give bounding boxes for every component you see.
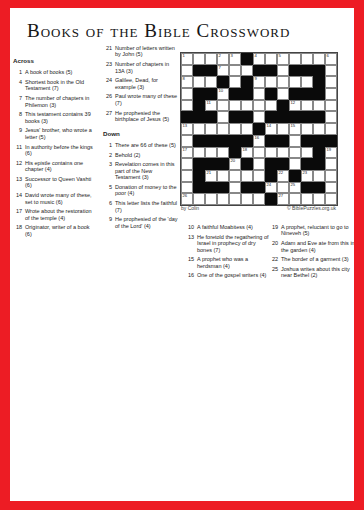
clue-num: 4 <box>13 79 22 92</box>
clue-number: 19 <box>327 148 332 153</box>
grid-cell-black <box>289 170 301 182</box>
clue-number: 3 <box>231 54 233 59</box>
clue-text: A prophet, reluctant to go to Nineveh (5… <box>281 224 361 237</box>
grid-cell[interactable]: 24 <box>265 182 277 194</box>
grid-cell[interactable] <box>229 65 241 77</box>
grid-cell-black <box>301 135 313 147</box>
clue-across-11: 11In authority before the kings (6) <box>13 144 95 157</box>
grid-cell[interactable]: 17 <box>181 147 193 159</box>
clue-num: 13 <box>185 234 194 253</box>
grid-cell[interactable]: 2 <box>217 53 229 65</box>
clue-text: Galilee, Dead, for example (3) <box>115 77 179 90</box>
crossword-grid[interactable]: 1234567891011121314151617181920212223242… <box>180 52 338 206</box>
clue-number: 16 <box>255 136 260 141</box>
grid-cell[interactable]: 7 <box>217 65 229 77</box>
clue-text: The border of a garment (3) <box>281 256 361 262</box>
grid-cell[interactable]: 18 <box>241 147 253 159</box>
grid-cell-black <box>301 88 313 100</box>
grid-cell[interactable] <box>253 100 265 112</box>
clue-text: Adam and Eve ate from this in the garden… <box>281 240 361 253</box>
grid-cell[interactable] <box>301 193 313 205</box>
grid-cell-black <box>241 76 253 88</box>
grid-cell[interactable]: 6 <box>325 53 337 65</box>
grid-cell[interactable] <box>265 53 277 65</box>
clue-num: 12 <box>13 160 22 173</box>
grid-cell[interactable] <box>181 170 193 182</box>
down-clues-list-2: 10A faithful Moabitess (4)13He foretold … <box>185 224 271 279</box>
grid-cell-black <box>325 135 337 147</box>
grid-cell[interactable]: 1 <box>181 53 193 65</box>
grid-cell[interactable] <box>229 193 241 205</box>
clue-across-27: 27He prophesied the birthplace of Jesus … <box>103 110 179 123</box>
grid-cell-black <box>241 182 253 194</box>
grid-cell[interactable]: 19 <box>325 147 337 159</box>
grid-cell[interactable] <box>277 88 289 100</box>
clue-num: 18 <box>13 224 22 237</box>
down-clues-list-3: 19A prophet, reluctant to go to Nineveh … <box>269 224 361 279</box>
clue-number: 13 <box>183 124 188 129</box>
clue-down-22: 22The border of a garment (3) <box>269 256 361 262</box>
grid-cell-black <box>313 88 325 100</box>
grid-cell-black <box>193 100 205 112</box>
grid-cell[interactable]: 25 <box>289 182 301 194</box>
byline: by Colin <box>181 205 199 211</box>
grid-cell[interactable] <box>217 100 229 112</box>
grid-cell-black <box>289 88 301 100</box>
grid-cell[interactable] <box>253 158 265 170</box>
clue-number: 27 <box>279 194 284 199</box>
grid-cell[interactable] <box>301 147 313 159</box>
grid-cell[interactable]: 14 <box>265 123 277 135</box>
grid-cell[interactable] <box>253 170 265 182</box>
grid-cell-black <box>277 100 289 112</box>
clue-across-12: 12His epistle contains one chapter (4) <box>13 160 95 173</box>
grid-cell[interactable] <box>325 100 337 112</box>
grid-cell[interactable] <box>193 123 205 135</box>
clue-num: 21 <box>103 45 112 58</box>
grid-cell[interactable] <box>229 100 241 112</box>
grid-cell-black <box>277 111 289 123</box>
clue-across-17: 17Wrote about the restoration of the tem… <box>13 208 95 221</box>
clue-down-1: 1There are 66 of these (5) <box>103 142 179 148</box>
grid-cell[interactable] <box>325 170 337 182</box>
clue-num: 23 <box>103 61 112 74</box>
grid-cell[interactable] <box>181 100 193 112</box>
clue-text: A book of books (5) <box>25 69 95 75</box>
grid-cell-black <box>205 111 217 123</box>
grid-cell[interactable] <box>313 53 325 65</box>
copyright: © BiblePuzzles.org.uk <box>230 205 336 211</box>
clue-down-9: 9He prophesied of the 'day of the Lord' … <box>103 216 179 229</box>
clue-down-20: 20Adam and Eve ate from this in the gard… <box>269 240 361 253</box>
grid-cell-black <box>313 158 325 170</box>
grid-cell[interactable] <box>181 182 193 194</box>
clue-num: 25 <box>269 266 278 279</box>
grid-cell[interactable] <box>205 53 217 65</box>
grid-cell[interactable] <box>205 193 217 205</box>
grid-cell-black <box>217 182 229 194</box>
grid-cell[interactable] <box>253 111 265 123</box>
clue-text: This letter lists the faithful (7) <box>115 200 179 213</box>
clue-across-4: 4Shortest book in the Old Testament (7) <box>13 79 95 92</box>
grid-cell[interactable]: 9 <box>253 76 265 88</box>
grid-cell-black <box>193 135 205 147</box>
grid-cell[interactable] <box>241 100 253 112</box>
clue-number: 1 <box>183 54 185 59</box>
grid-cell[interactable] <box>277 123 289 135</box>
clue-number: 26 <box>183 194 188 199</box>
grid-cell-black <box>277 135 289 147</box>
grid-cell[interactable] <box>325 158 337 170</box>
grid-cell[interactable]: 27 <box>277 193 289 205</box>
clue-number: 12 <box>291 101 296 106</box>
clue-number: 21 <box>207 171 212 176</box>
grid-cell[interactable] <box>277 65 289 77</box>
clue-number: 2 <box>219 54 221 59</box>
clue-number: 9 <box>255 77 257 82</box>
grid-cell[interactable] <box>181 88 193 100</box>
across-clues-list-2: 21Number of letters written by John (5)2… <box>103 45 179 123</box>
clue-num: 22 <box>269 256 278 262</box>
clue-down-6: 6This letter lists the faithful (7) <box>103 200 179 213</box>
clue-text: Donation of money to the poor (4) <box>115 184 179 197</box>
grid-cell[interactable] <box>325 76 337 88</box>
grid-cell[interactable] <box>253 193 265 205</box>
clue-num: 26 <box>103 93 112 106</box>
clue-num: 15 <box>185 256 194 269</box>
clue-text: There are 66 of these (5) <box>115 142 179 148</box>
grid-cell[interactable]: 5 <box>277 53 289 65</box>
clues-column-1: Across 1A book of books (5)4Shortest boo… <box>13 57 95 241</box>
clue-num: 16 <box>185 272 194 278</box>
clue-text: Jesus' brother, who wrote a letter (5) <box>25 127 95 140</box>
grid-cell-black <box>265 111 277 123</box>
clues-column-2: 21Number of letters written by John (5)2… <box>103 45 179 232</box>
grid-cell[interactable] <box>325 123 337 135</box>
grid-cell[interactable] <box>325 182 337 194</box>
grid-cell-black <box>217 76 229 88</box>
clue-text: Successor to Queen Vashti (6) <box>25 176 95 189</box>
grid-cell[interactable] <box>205 123 217 135</box>
grid-cell[interactable]: 11 <box>205 100 217 112</box>
grid-cell[interactable]: 8 <box>181 76 193 88</box>
clue-text: A faithful Moabitess (4) <box>197 224 271 230</box>
clue-num: 3 <box>103 161 112 180</box>
clue-text: This testament contains 39 books (3) <box>25 111 95 124</box>
grid-cell-black <box>193 88 205 100</box>
grid-cell[interactable] <box>301 123 313 135</box>
clue-down-16: 16One of the gospel writers (4) <box>185 272 271 278</box>
clue-text: Originator, writer of a book (6) <box>25 224 95 237</box>
clue-num: 14 <box>13 192 22 205</box>
clue-number: 25 <box>291 183 296 188</box>
grid-cell[interactable] <box>313 100 325 112</box>
grid-cell[interactable] <box>325 193 337 205</box>
clue-number: 11 <box>207 101 211 106</box>
grid-cell[interactable] <box>289 76 301 88</box>
grid-cell[interactable]: 12 <box>289 100 301 112</box>
clue-num: 10 <box>185 224 194 230</box>
down-clues-list-1: 1There are 66 of these (5)2Behold (2)3Re… <box>103 142 179 229</box>
clue-across-13: 13Successor to Queen Vashti (6) <box>13 176 95 189</box>
grid-cell-black <box>313 135 325 147</box>
clue-text: Paul wrote many of these (7) <box>115 93 179 106</box>
across-clues-list-1: 1A book of books (5)4Shortest book in th… <box>13 69 95 237</box>
grid-cell[interactable] <box>277 147 289 159</box>
clue-text: Behold (2) <box>115 152 179 158</box>
clue-across-18: 18Originator, writer of a book (6) <box>13 224 95 237</box>
grid-cell-black <box>289 65 301 77</box>
clue-num: 27 <box>103 110 112 123</box>
grid-cell-black <box>265 88 277 100</box>
grid-cell[interactable] <box>217 147 229 159</box>
grid-cell-black <box>265 135 277 147</box>
grid-cell[interactable] <box>205 76 217 88</box>
clue-text: Wrote about the restoration of the templ… <box>25 208 95 221</box>
grid-cell[interactable] <box>217 193 229 205</box>
clue-text: His epistle contains one chapter (4) <box>25 160 95 173</box>
grid-cell-black <box>205 65 217 77</box>
grid-cell-black <box>229 88 241 100</box>
grid-cell-black <box>265 193 277 205</box>
grid-cell[interactable] <box>253 147 265 159</box>
grid-cell[interactable] <box>265 100 277 112</box>
clue-num: 11 <box>13 144 22 157</box>
clue-across-8: 8This testament contains 39 books (3) <box>13 111 95 124</box>
clue-across-1: 1A book of books (5) <box>13 69 95 75</box>
clue-across-26: 26Paul wrote many of these (7) <box>103 93 179 106</box>
clue-text: In authority before the kings (6) <box>25 144 95 157</box>
grid-cell[interactable] <box>289 158 301 170</box>
grid-cell[interactable] <box>193 193 205 205</box>
grid-cell-black <box>193 170 205 182</box>
clue-text: Shortest book in the Old Testament (7) <box>25 79 95 92</box>
grid-cell-black <box>193 182 205 194</box>
grid-cell-black <box>253 65 265 77</box>
clue-num: 1 <box>13 69 22 75</box>
clue-across-23: 23Number of chapters in 13A (3) <box>103 61 179 74</box>
grid-cell-black <box>205 158 217 170</box>
grid-cell-black <box>217 135 229 147</box>
grid-cell[interactable] <box>217 170 229 182</box>
clue-num: 19 <box>269 224 278 237</box>
clue-number: 22 <box>279 171 284 176</box>
clue-number: 10 <box>219 89 224 94</box>
grid-cell[interactable] <box>289 53 301 65</box>
clues-column-4: 19A prophet, reluctant to go to Nineveh … <box>269 224 361 282</box>
grid-cell[interactable]: 13 <box>181 123 193 135</box>
grid-cell-black <box>205 182 217 194</box>
grid-cell-black <box>205 88 217 100</box>
clue-number: 14 <box>267 124 272 129</box>
clue-number: 17 <box>183 148 188 153</box>
grid-cell[interactable]: 23 <box>301 170 313 182</box>
clue-text: David wrote many of these, set to music … <box>25 192 95 205</box>
grid-cell-black <box>313 147 325 159</box>
grid-cell[interactable] <box>229 76 241 88</box>
grid-cell-black <box>193 158 205 170</box>
clues-column-3: 10A faithful Moabitess (4)13He foretold … <box>185 224 271 282</box>
clue-text: The number of chapters in Philemon (3) <box>25 95 95 108</box>
grid-cell-black <box>265 65 277 77</box>
clue-text: He prophesied of the 'day of the Lord' (… <box>115 216 179 229</box>
grid-cell-black <box>313 76 325 88</box>
clue-across-24: 24Galilee, Dead, for example (3) <box>103 77 179 90</box>
clue-number: 23 <box>303 171 308 176</box>
grid-cell-black <box>241 53 253 65</box>
grid-cell[interactable] <box>181 158 193 170</box>
grid-cell[interactable] <box>181 65 193 77</box>
clue-text: Revelation comes in this part of the New… <box>115 161 179 180</box>
clue-text: Joshua writes about this city near Bethe… <box>281 266 361 279</box>
clue-text: Number of chapters in 13A (3) <box>115 61 179 74</box>
grid-cell[interactable]: 15 <box>289 123 301 135</box>
grid-cell-black <box>277 158 289 170</box>
down-header: Down <box>103 130 179 137</box>
grid-cell-black <box>241 158 253 170</box>
grid-cell[interactable] <box>241 170 253 182</box>
grid-cell-black <box>241 88 253 100</box>
grid-cell[interactable] <box>289 147 301 159</box>
grid-cell[interactable]: 26 <box>181 193 193 205</box>
grid-cell[interactable] <box>301 76 313 88</box>
grid-cell-black <box>253 182 265 194</box>
grid-cell[interactable] <box>325 88 337 100</box>
grid-cell[interactable] <box>181 135 193 147</box>
clue-number: 4 <box>255 54 257 59</box>
clue-across-7: 7The number of chapters in Philemon (3) <box>13 95 95 108</box>
grid-cell[interactable] <box>289 193 301 205</box>
grid-cell-black <box>301 65 313 77</box>
grid-cell[interactable] <box>217 111 229 123</box>
grid-cell-black <box>241 135 253 147</box>
grid-cell-black <box>217 158 229 170</box>
clue-across-21: 21Number of letters written by John (5) <box>103 45 179 58</box>
clue-num: 2 <box>103 152 112 158</box>
grid-cell-black <box>229 135 241 147</box>
grid-cell[interactable] <box>241 65 253 77</box>
grid-cell[interactable] <box>277 182 289 194</box>
grid-cell-black <box>265 170 277 182</box>
grid-cell-black <box>229 147 241 159</box>
grid-cell-black <box>313 182 325 194</box>
grid-cell-black <box>313 111 325 123</box>
grid-cell[interactable] <box>193 147 205 159</box>
clue-num: 6 <box>103 200 112 213</box>
clue-num: 24 <box>103 77 112 90</box>
grid-cell[interactable]: 10 <box>217 88 229 100</box>
clue-number: 5 <box>279 54 281 59</box>
grid-cell-black <box>301 111 313 123</box>
grid-cell[interactable]: 3 <box>229 53 241 65</box>
grid-cell[interactable] <box>313 193 325 205</box>
clue-number: 8 <box>183 77 185 82</box>
clue-down-25: 25Joshua writes about this city near Bet… <box>269 266 361 279</box>
grid-cell-black <box>241 111 253 123</box>
clue-across-14: 14David wrote many of these, set to musi… <box>13 192 95 205</box>
grid-cell[interactable] <box>289 135 301 147</box>
clue-text: He foretold the regathering of Israel in… <box>197 234 271 253</box>
grid-cell[interactable] <box>241 123 253 135</box>
grid-cell[interactable] <box>265 147 277 159</box>
grid-cell[interactable] <box>193 76 205 88</box>
clue-down-3: 3Revelation comes in this part of the Ne… <box>103 161 179 180</box>
clue-num: 20 <box>269 240 278 253</box>
clue-num: 7 <box>13 95 22 108</box>
grid-cell[interactable]: 16 <box>253 135 265 147</box>
grid-cell-black <box>301 158 313 170</box>
grid-cell[interactable] <box>265 76 277 88</box>
clue-number: 7 <box>219 66 221 71</box>
clue-down-13: 13He foretold the regathering of Israel … <box>185 234 271 253</box>
page-title: Books of the Bible Crossword <box>27 20 290 42</box>
grid-cell[interactable] <box>313 123 325 135</box>
grid-cell-black <box>313 65 325 77</box>
clue-number: 6 <box>327 54 329 59</box>
grid-cell[interactable] <box>229 170 241 182</box>
clue-number: 15 <box>291 124 296 129</box>
grid-cell[interactable] <box>277 76 289 88</box>
grid-cell[interactable] <box>205 147 217 159</box>
grid-cell-black <box>229 111 241 123</box>
grid-cell[interactable] <box>325 111 337 123</box>
grid-cell-black <box>265 158 277 170</box>
clue-num: 5 <box>103 184 112 197</box>
grid-cell[interactable]: 21 <box>205 170 217 182</box>
clue-number: 18 <box>243 148 248 153</box>
grid-cell-black <box>181 111 193 123</box>
clue-text: Number of letters written by John (5) <box>115 45 179 58</box>
clue-down-15: 15A prophet who was a herdsman (4) <box>185 256 271 269</box>
clue-down-5: 5Donation of money to the poor (4) <box>103 184 179 197</box>
clue-across-9: 9Jesus' brother, who wrote a letter (5) <box>13 127 95 140</box>
clue-num: 1 <box>103 142 112 148</box>
grid-cell[interactable]: 4 <box>253 53 265 65</box>
grid-cell-black <box>301 182 313 194</box>
grid-cell[interactable] <box>325 65 337 77</box>
grid-cell-black <box>253 123 265 135</box>
clue-down-2: 2Behold (2) <box>103 152 179 158</box>
clue-num: 17 <box>13 208 22 221</box>
clue-num: 9 <box>103 216 112 229</box>
clue-down-19: 19A prophet, reluctant to go to Nineveh … <box>269 224 361 237</box>
grid-cell[interactable] <box>301 53 313 65</box>
grid-cell[interactable] <box>229 182 241 194</box>
clue-num: 9 <box>13 127 22 140</box>
clue-number: 20 <box>231 159 236 164</box>
clue-text: One of the gospel writers (4) <box>197 272 271 278</box>
grid-cell[interactable] <box>253 88 265 100</box>
grid-cell-black <box>205 135 217 147</box>
grid-cell[interactable] <box>229 123 241 135</box>
grid-cell-black <box>193 111 205 123</box>
grid-cell-black <box>193 65 205 77</box>
grid-cell[interactable]: 20 <box>229 158 241 170</box>
grid-cell[interactable] <box>193 53 205 65</box>
clue-text: He prophesied the birthplace of Jesus (5… <box>115 110 179 123</box>
grid-cell[interactable] <box>217 123 229 135</box>
clue-text: A prophet who was a herdsman (4) <box>197 256 271 269</box>
grid-cell[interactable]: 22 <box>277 170 289 182</box>
grid-cell[interactable] <box>313 170 325 182</box>
grid-cell[interactable] <box>301 100 313 112</box>
grid-cell[interactable] <box>241 193 253 205</box>
clue-num: 13 <box>13 176 22 189</box>
clue-number: 24 <box>267 183 272 188</box>
clue-down-10: 10A faithful Moabitess (4) <box>185 224 271 230</box>
across-header: Across <box>13 57 95 64</box>
clue-num: 8 <box>13 111 22 124</box>
